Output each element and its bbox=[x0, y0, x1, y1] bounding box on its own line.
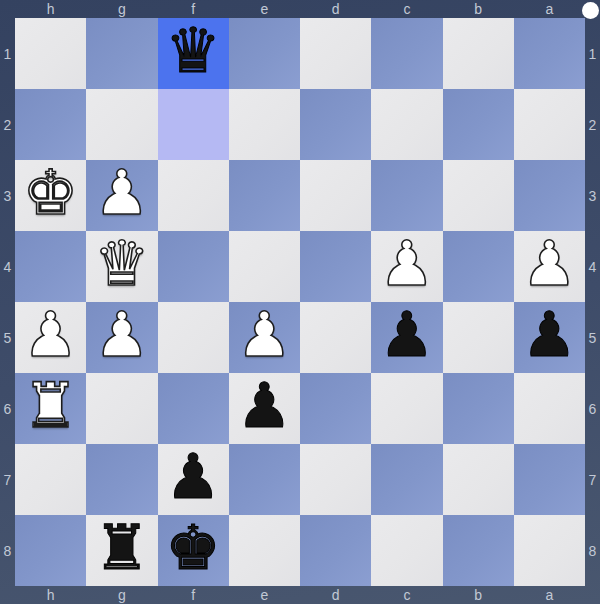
square-c2[interactable] bbox=[371, 89, 442, 160]
square-b7[interactable] bbox=[443, 444, 514, 515]
rank-label-left-2: 2 bbox=[0, 89, 15, 160]
square-h2[interactable] bbox=[15, 89, 86, 160]
square-c8[interactable] bbox=[371, 515, 442, 586]
piece-black-queen[interactable]: ♛ bbox=[165, 20, 221, 82]
square-g6[interactable] bbox=[86, 373, 157, 444]
rank-label-left-3: 3 bbox=[0, 160, 15, 231]
square-g2[interactable] bbox=[86, 89, 157, 160]
square-h8[interactable] bbox=[15, 515, 86, 586]
square-a8[interactable] bbox=[514, 515, 585, 586]
square-f8[interactable]: ♚ bbox=[158, 515, 229, 586]
file-label-bottom-d: d bbox=[300, 586, 371, 604]
piece-black-pawn[interactable]: ♟ bbox=[237, 375, 293, 437]
square-b4[interactable] bbox=[443, 231, 514, 302]
square-h4[interactable] bbox=[15, 231, 86, 302]
rank-label-right-3: 3 bbox=[585, 160, 600, 231]
square-f2[interactable] bbox=[158, 89, 229, 160]
square-a5[interactable]: ♟ bbox=[514, 302, 585, 373]
rank-label-left-7: 7 bbox=[0, 444, 15, 515]
piece-white-pawn[interactable]: ♟ bbox=[94, 304, 150, 366]
square-b6[interactable] bbox=[443, 373, 514, 444]
piece-white-rook[interactable]: ♜ bbox=[23, 375, 79, 437]
rank-label-left-5: 5 bbox=[0, 302, 15, 373]
square-g4[interactable]: ♛ bbox=[86, 231, 157, 302]
file-label-top-e: e bbox=[229, 0, 300, 18]
rank-label-right-7: 7 bbox=[585, 444, 600, 515]
square-f7[interactable]: ♟ bbox=[158, 444, 229, 515]
piece-white-queen[interactable]: ♛ bbox=[94, 233, 150, 295]
square-g3[interactable]: ♟ bbox=[86, 160, 157, 231]
rank-label-right-8: 8 bbox=[585, 515, 600, 586]
square-f3[interactable] bbox=[158, 160, 229, 231]
square-e1[interactable] bbox=[229, 18, 300, 89]
square-c6[interactable] bbox=[371, 373, 442, 444]
rank-label-right-4: 4 bbox=[585, 231, 600, 302]
square-d7[interactable] bbox=[300, 444, 371, 515]
file-label-top-f: f bbox=[158, 0, 229, 18]
file-label-top-a: a bbox=[514, 0, 585, 18]
square-d1[interactable] bbox=[300, 18, 371, 89]
square-a3[interactable] bbox=[514, 160, 585, 231]
square-c7[interactable] bbox=[371, 444, 442, 515]
file-label-top-c: c bbox=[371, 0, 442, 18]
rank-label-left-6: 6 bbox=[0, 373, 15, 444]
rank-label-left-8: 8 bbox=[0, 515, 15, 586]
file-label-bottom-b: b bbox=[443, 586, 514, 604]
piece-white-pawn[interactable]: ♟ bbox=[522, 233, 578, 295]
square-d4[interactable] bbox=[300, 231, 371, 302]
square-d3[interactable] bbox=[300, 160, 371, 231]
square-e3[interactable] bbox=[229, 160, 300, 231]
piece-black-pawn[interactable]: ♟ bbox=[165, 446, 221, 508]
square-e5[interactable]: ♟ bbox=[229, 302, 300, 373]
white-turn-indicator-icon bbox=[582, 2, 599, 19]
square-g5[interactable]: ♟ bbox=[86, 302, 157, 373]
file-label-bottom-a: a bbox=[514, 586, 585, 604]
rank-label-left-1: 1 bbox=[0, 18, 15, 89]
square-b2[interactable] bbox=[443, 89, 514, 160]
square-c5[interactable]: ♟ bbox=[371, 302, 442, 373]
file-label-bottom-f: f bbox=[158, 586, 229, 604]
square-e6[interactable]: ♟ bbox=[229, 373, 300, 444]
rank-label-right-6: 6 bbox=[585, 373, 600, 444]
square-g8[interactable]: ♜ bbox=[86, 515, 157, 586]
square-a4[interactable]: ♟ bbox=[514, 231, 585, 302]
square-e4[interactable] bbox=[229, 231, 300, 302]
square-h5[interactable]: ♟ bbox=[15, 302, 86, 373]
square-d8[interactable] bbox=[300, 515, 371, 586]
file-label-top-d: d bbox=[300, 0, 371, 18]
square-h1[interactable] bbox=[15, 18, 86, 89]
file-label-bottom-h: h bbox=[15, 586, 86, 604]
square-b5[interactable] bbox=[443, 302, 514, 373]
piece-white-pawn[interactable]: ♟ bbox=[237, 304, 293, 366]
piece-white-king[interactable]: ♚ bbox=[23, 162, 79, 224]
square-g1[interactable] bbox=[86, 18, 157, 89]
piece-white-pawn[interactable]: ♟ bbox=[23, 304, 79, 366]
file-label-top-h: h bbox=[15, 0, 86, 18]
file-label-top-b: b bbox=[443, 0, 514, 18]
square-f1[interactable]: ♛ bbox=[158, 18, 229, 89]
piece-black-pawn[interactable]: ♟ bbox=[379, 304, 435, 366]
square-e7[interactable] bbox=[229, 444, 300, 515]
chess-board: ♛♚♟♛♟♟♟♟♟♟♟♜♟♟♜♚ bbox=[15, 18, 585, 586]
square-f4[interactable] bbox=[158, 231, 229, 302]
square-a7[interactable] bbox=[514, 444, 585, 515]
square-h6[interactable]: ♜ bbox=[15, 373, 86, 444]
square-d6[interactable] bbox=[300, 373, 371, 444]
rank-label-right-2: 2 bbox=[585, 89, 600, 160]
rank-label-left-4: 4 bbox=[0, 231, 15, 302]
square-c4[interactable]: ♟ bbox=[371, 231, 442, 302]
square-c1[interactable] bbox=[371, 18, 442, 89]
square-f6[interactable] bbox=[158, 373, 229, 444]
piece-black-rook[interactable]: ♜ bbox=[94, 517, 150, 579]
piece-black-king[interactable]: ♚ bbox=[165, 517, 221, 579]
rank-label-right-5: 5 bbox=[585, 302, 600, 373]
square-h7[interactable] bbox=[15, 444, 86, 515]
piece-black-pawn[interactable]: ♟ bbox=[522, 304, 578, 366]
file-label-top-g: g bbox=[86, 0, 157, 18]
square-a1[interactable] bbox=[514, 18, 585, 89]
chess-board-frame: ♛♚♟♛♟♟♟♟♟♟♟♜♟♟♜♚ hhggffeeddccbbaa1122334… bbox=[0, 0, 600, 604]
square-h3[interactable]: ♚ bbox=[15, 160, 86, 231]
square-d2[interactable] bbox=[300, 89, 371, 160]
file-label-bottom-g: g bbox=[86, 586, 157, 604]
square-b8[interactable] bbox=[443, 515, 514, 586]
rank-label-right-1: 1 bbox=[585, 18, 600, 89]
square-g7[interactable] bbox=[86, 444, 157, 515]
square-c3[interactable] bbox=[371, 160, 442, 231]
square-b1[interactable] bbox=[443, 18, 514, 89]
square-f5[interactable] bbox=[158, 302, 229, 373]
square-d5[interactable] bbox=[300, 302, 371, 373]
file-label-bottom-c: c bbox=[371, 586, 442, 604]
piece-white-pawn[interactable]: ♟ bbox=[379, 233, 435, 295]
square-a6[interactable] bbox=[514, 373, 585, 444]
square-e2[interactable] bbox=[229, 89, 300, 160]
file-label-bottom-e: e bbox=[229, 586, 300, 604]
square-b3[interactable] bbox=[443, 160, 514, 231]
square-e8[interactable] bbox=[229, 515, 300, 586]
square-a2[interactable] bbox=[514, 89, 585, 160]
piece-white-pawn[interactable]: ♟ bbox=[94, 162, 150, 224]
